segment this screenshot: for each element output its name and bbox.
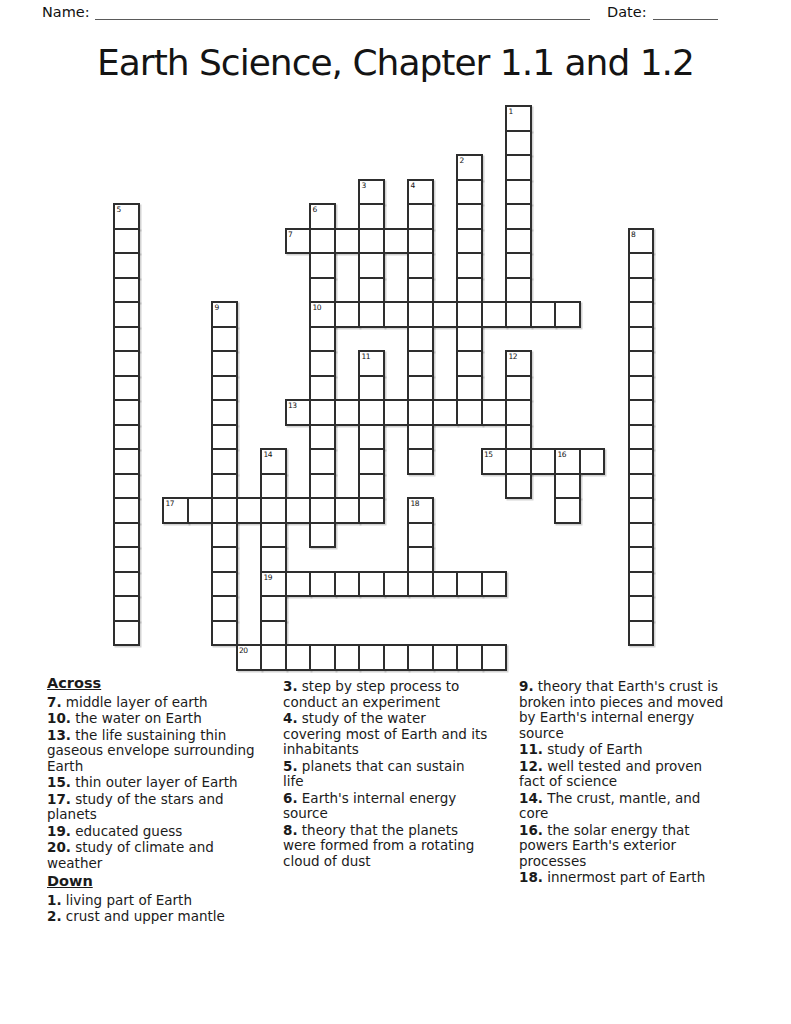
clue-number: 17. bbox=[47, 791, 71, 807]
clue-down-5: 5. planets that can sustain life bbox=[283, 759, 520, 790]
clue-number: 4. bbox=[283, 710, 298, 726]
down-heading: Down bbox=[47, 874, 284, 890]
clue-text: the water on Earth bbox=[71, 710, 202, 726]
clue-down-18: 18. innermost part of Earth bbox=[519, 870, 756, 886]
clue-number: 18. bbox=[519, 869, 543, 885]
clue-text: thin outer layer of Earth bbox=[71, 774, 238, 790]
clues-column-3: 9. theory that Earth's crust is broken i… bbox=[519, 679, 756, 887]
clue-text: study of climate and weather bbox=[47, 839, 214, 871]
clue-number: 15. bbox=[47, 774, 71, 790]
clue-down-2: 2. crust and upper mantle bbox=[47, 909, 284, 925]
clue-text: step by step process to conduct an exper… bbox=[283, 678, 459, 710]
clue-text: educated guess bbox=[71, 823, 182, 839]
clues-column-2: 3. step by step process to conduct an ex… bbox=[283, 679, 520, 870]
clue-across-20: 20. study of climate and weather bbox=[47, 840, 284, 871]
clue-text: well tested and proven fact of science bbox=[519, 758, 702, 790]
clue-number: 14. bbox=[519, 790, 543, 806]
clue-number: 11. bbox=[519, 741, 543, 757]
clue-down-12: 12. well tested and proven fact of scien… bbox=[519, 759, 756, 790]
clue-text: planets that can sustain life bbox=[283, 758, 465, 790]
clue-down-11: 11. study of Earth bbox=[519, 742, 756, 758]
clue-number: 6. bbox=[283, 790, 298, 806]
clue-number: 12. bbox=[519, 758, 543, 774]
clue-number: 13. bbox=[47, 727, 71, 743]
clue-number: 5. bbox=[283, 758, 298, 774]
clue-text: The crust, mantle, and core bbox=[519, 790, 700, 822]
clue-text: study of Earth bbox=[543, 741, 643, 757]
clue-number: 1. bbox=[47, 892, 62, 908]
clue-text: study of the stars and planets bbox=[47, 791, 224, 823]
clue-down-8: 8. theory that the planets were formed f… bbox=[283, 823, 520, 870]
clue-text: living part of Earth bbox=[62, 892, 192, 908]
across-heading: Across bbox=[47, 676, 284, 692]
clue-across-10: 10. the water on Earth bbox=[47, 711, 284, 727]
clue-across-19: 19. educated guess bbox=[47, 824, 284, 840]
clue-number: 20. bbox=[47, 839, 71, 855]
clue-across-13: 13. the life sustaining thin gaseous env… bbox=[47, 728, 284, 775]
clue-down-6: 6. Earth's internal energy source bbox=[283, 791, 520, 822]
clue-number: 9. bbox=[519, 678, 534, 694]
clue-number: 8. bbox=[283, 822, 298, 838]
clues-column-1: Across7. middle layer of earth10. the wa… bbox=[47, 676, 284, 926]
clue-text: crust and upper mantle bbox=[62, 908, 225, 924]
clue-number: 16. bbox=[519, 822, 543, 838]
clue-down-1: 1. living part of Earth bbox=[47, 893, 284, 909]
clue-number: 7. bbox=[47, 694, 62, 710]
clue-text: Earth's internal energy source bbox=[283, 790, 456, 822]
clue-text: innermost part of Earth bbox=[543, 869, 705, 885]
clue-across-15: 15. thin outer layer of Earth bbox=[47, 775, 284, 791]
clue-down-4: 4. study of the water covering most of E… bbox=[283, 711, 520, 758]
clue-text: theory that the planets were formed from… bbox=[283, 822, 474, 869]
worksheet-page: Name: Date: Earth Science, Chapter 1.1 a… bbox=[0, 0, 791, 1024]
clue-text: the solar energy that powers Earth's ext… bbox=[519, 822, 690, 869]
clues-section: Across7. middle layer of earth10. the wa… bbox=[0, 0, 791, 1024]
clue-across-7: 7. middle layer of earth bbox=[47, 695, 284, 711]
clue-down-3: 3. step by step process to conduct an ex… bbox=[283, 679, 520, 710]
clue-down-9: 9. theory that Earth's crust is broken i… bbox=[519, 679, 756, 741]
clue-number: 19. bbox=[47, 823, 71, 839]
clue-down-16: 16. the solar energy that powers Earth's… bbox=[519, 823, 756, 870]
clue-number: 10. bbox=[47, 710, 71, 726]
clue-number: 2. bbox=[47, 908, 62, 924]
clue-text: theory that Earth's crust is broken into… bbox=[519, 678, 723, 741]
clue-across-17: 17. study of the stars and planets bbox=[47, 792, 284, 823]
clue-text: middle layer of earth bbox=[62, 694, 208, 710]
clue-text: the life sustaining thin gaseous envelop… bbox=[47, 727, 255, 774]
clue-number: 3. bbox=[283, 678, 298, 694]
clue-down-14: 14. The crust, mantle, and core bbox=[519, 791, 756, 822]
clue-text: study of the water covering most of Eart… bbox=[283, 710, 487, 757]
